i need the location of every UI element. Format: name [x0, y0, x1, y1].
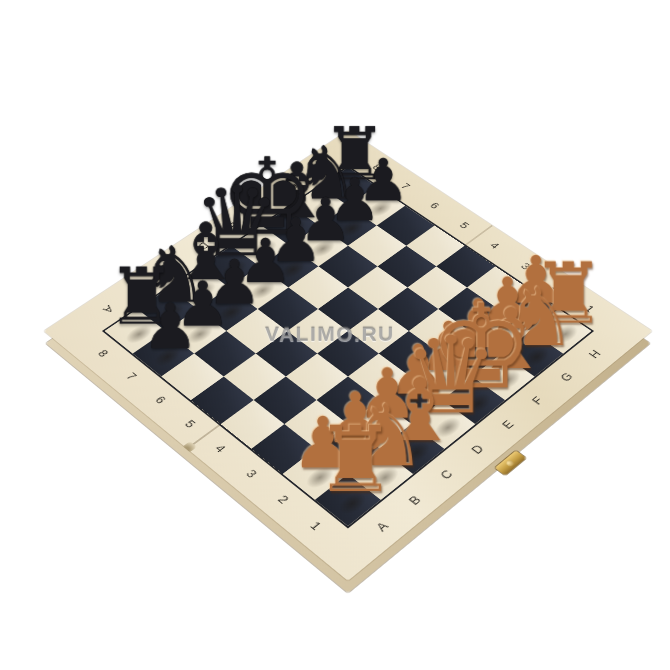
rank-label-left-6: 6: [151, 394, 168, 406]
file-label-near-h: H: [585, 347, 603, 360]
file-label-near-c: C: [436, 467, 455, 481]
rank-label-left-4: 4: [211, 442, 228, 455]
rank-label-left-1: 1: [306, 519, 323, 533]
playing-area-grid: ♜♞♝♛♚♝♞♜♟♟♟♟♟♟♟♟♟♟♟♟♟♟♟♟♜♞♝♛♚♝♞♜: [105, 167, 591, 526]
file-label-near-a: A: [372, 519, 390, 534]
square-a7[interactable]: ♟: [133, 331, 194, 376]
file-label-near-g: G: [556, 370, 574, 384]
file-label-near-b: B: [405, 493, 423, 507]
file-label-near-e: E: [498, 417, 516, 430]
white-rook[interactable]: ♜: [314, 414, 396, 505]
watermark: VALIMO.RU: [265, 322, 395, 346]
rank-label-right-4: 4: [486, 240, 501, 251]
rank-label-right-5: 5: [456, 220, 471, 230]
rank-label-right-6: 6: [426, 201, 441, 211]
photo-canvas: ♜♞♝♛♚♝♞♜♟♟♟♟♟♟♟♟♟♟♟♟♟♟♟♟♜♞♝♛♚♝♞♜ AABBCCD…: [0, 0, 670, 670]
square-a1[interactable]: ♜: [315, 474, 381, 526]
black-pawn[interactable]: ♟: [142, 296, 198, 359]
rank-label-left-5: 5: [181, 418, 198, 431]
playing-area: ♜♞♝♛♚♝♞♜♟♟♟♟♟♟♟♟♟♟♟♟♟♟♟♟♜♞♝♛♚♝♞♜: [102, 166, 594, 529]
rank-label-left-2: 2: [274, 493, 291, 506]
rank-label-left-8: 8: [94, 348, 110, 360]
rank-label-left-3: 3: [242, 467, 259, 480]
chess-board: ♜♞♝♛♚♝♞♜♟♟♟♟♟♟♟♟♟♟♟♟♟♟♟♟♜♞♝♛♚♝♞♜ AABBCCD…: [44, 130, 652, 580]
file-label-near-d: D: [467, 442, 485, 456]
rank-label-left-7: 7: [122, 370, 139, 382]
board-3d-wrap: ♜♞♝♛♚♝♞♜♟♟♟♟♟♟♟♟♟♟♟♟♟♟♟♟♜♞♝♛♚♝♞♜ AABBCCD…: [44, 130, 652, 580]
